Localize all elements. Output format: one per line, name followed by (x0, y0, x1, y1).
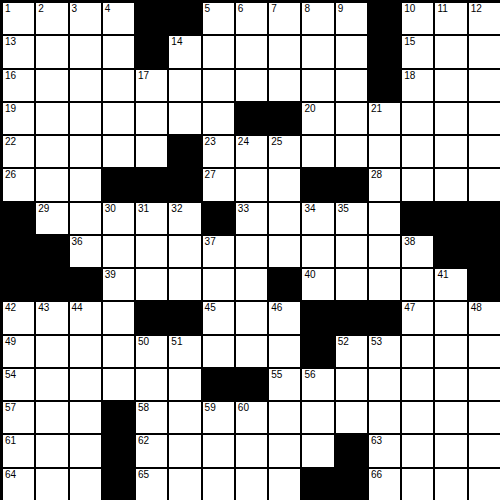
black-cell-r7c13 (435, 236, 466, 267)
cell-r3c1[interactable] (36, 103, 67, 134)
cell-r9c1[interactable]: 43 (36, 302, 67, 333)
cell-r1c5[interactable]: 14 (169, 36, 200, 67)
black-cell-r4c5 (169, 136, 200, 167)
cell-r10c4[interactable]: 50 (136, 336, 167, 367)
clue-number-23: 23 (205, 136, 216, 148)
cell-r5c1[interactable] (36, 169, 67, 200)
black-cell-r9c9 (302, 302, 333, 333)
cell-r2c1[interactable] (36, 70, 67, 101)
cell-r0c0[interactable]: 1 (3, 3, 34, 34)
clue-number-12: 12 (471, 3, 482, 15)
cell-r6c11[interactable] (369, 203, 400, 234)
black-cell-r6c13 (435, 203, 466, 234)
clue-number-38: 38 (404, 236, 415, 248)
clue-number-41: 41 (437, 269, 448, 281)
cell-r2c12[interactable]: 18 (402, 70, 433, 101)
cell-r9c3[interactable] (103, 302, 134, 333)
black-cell-r8c14 (469, 269, 500, 300)
cell-r9c0[interactable]: 42 (3, 302, 34, 333)
black-cell-r3c7 (236, 103, 267, 134)
cell-r1c14[interactable] (469, 36, 500, 67)
cell-r8c6[interactable] (203, 269, 234, 300)
cell-r7c3[interactable] (103, 236, 134, 267)
clue-number-11: 11 (437, 3, 447, 15)
black-cell-r0c4 (136, 3, 167, 34)
clue-number-64: 64 (5, 469, 16, 481)
black-cell-r13c10 (336, 435, 367, 466)
clue-number-14: 14 (171, 36, 182, 48)
cell-r7c10[interactable] (336, 236, 367, 267)
cell-r7c8[interactable] (269, 236, 300, 267)
black-cell-r5c10 (336, 169, 367, 200)
cell-r8c10[interactable] (336, 269, 367, 300)
cell-r7c4[interactable] (136, 236, 167, 267)
black-cell-r9c11 (369, 302, 400, 333)
clue-number-25: 25 (271, 136, 282, 148)
cell-r1c9[interactable] (302, 36, 333, 67)
cell-r9c12[interactable]: 47 (402, 302, 433, 333)
cell-r12c6[interactable]: 59 (203, 402, 234, 433)
cell-r7c12[interactable]: 38 (402, 236, 433, 267)
cell-r12c4[interactable]: 58 (136, 402, 167, 433)
cell-r4c12[interactable] (402, 136, 433, 167)
clue-number-65: 65 (138, 469, 149, 481)
black-cell-r5c5 (169, 169, 200, 200)
cell-r13c5[interactable] (169, 435, 200, 466)
cell-r4c0[interactable]: 22 (3, 136, 34, 167)
cell-r2c13[interactable] (435, 70, 466, 101)
cell-r5c6[interactable]: 27 (203, 169, 234, 200)
clue-number-13: 13 (5, 36, 16, 48)
black-cell-r0c5 (169, 3, 200, 34)
clue-number-2: 2 (38, 3, 44, 15)
cell-r5c2[interactable] (70, 169, 101, 200)
cell-r8c13[interactable]: 41 (435, 269, 466, 300)
black-cell-r6c12 (402, 203, 433, 234)
cell-r11c14[interactable] (469, 369, 500, 400)
cell-r1c0[interactable]: 13 (3, 36, 34, 67)
cell-r5c0[interactable]: 26 (3, 169, 34, 200)
cell-r1c2[interactable] (70, 36, 101, 67)
black-cell-r5c4 (136, 169, 167, 200)
cell-r3c3[interactable] (103, 103, 134, 134)
cell-r2c3[interactable] (103, 70, 134, 101)
clue-number-34: 34 (304, 203, 315, 215)
clue-number-16: 16 (5, 70, 16, 82)
cell-r2c14[interactable] (469, 70, 500, 101)
cell-r13c7[interactable] (236, 435, 267, 466)
cell-r4c10[interactable] (336, 136, 367, 167)
cell-r4c14[interactable] (469, 136, 500, 167)
cell-r14c4[interactable]: 65 (136, 469, 167, 500)
cell-r5c7[interactable] (236, 169, 267, 200)
cell-r5c8[interactable] (269, 169, 300, 200)
cell-r10c7[interactable] (236, 336, 267, 367)
black-cell-r12c3 (103, 402, 134, 433)
cell-r6c5[interactable]: 32 (169, 203, 200, 234)
cell-r10c6[interactable] (203, 336, 234, 367)
cell-r13c11[interactable]: 63 (369, 435, 400, 466)
cell-r1c6[interactable] (203, 36, 234, 67)
cell-r9c8[interactable]: 46 (269, 302, 300, 333)
clue-number-66: 66 (371, 469, 382, 481)
cell-r10c0[interactable]: 49 (3, 336, 34, 367)
cell-r2c10[interactable] (336, 70, 367, 101)
cell-r1c3[interactable] (103, 36, 134, 67)
clue-number-47: 47 (404, 302, 415, 314)
black-cell-r5c3 (103, 169, 134, 200)
black-cell-r1c11 (369, 36, 400, 67)
black-cell-r6c0 (3, 203, 34, 234)
cell-r2c2[interactable] (70, 70, 101, 101)
clue-number-30: 30 (105, 203, 116, 215)
clue-number-36: 36 (72, 236, 83, 248)
clue-number-57: 57 (5, 402, 16, 414)
clue-number-52: 52 (338, 336, 349, 348)
cell-r1c1[interactable] (36, 36, 67, 67)
cell-r5c13[interactable] (435, 169, 466, 200)
clue-number-20: 20 (304, 103, 315, 115)
cell-r12c0[interactable]: 57 (3, 402, 34, 433)
clue-number-29: 29 (38, 203, 49, 215)
cell-r11c11[interactable] (369, 369, 400, 400)
clue-number-48: 48 (471, 302, 482, 314)
cell-r14c11[interactable]: 66 (369, 469, 400, 500)
cell-r2c8[interactable] (269, 70, 300, 101)
clue-number-44: 44 (72, 302, 83, 314)
black-cell-r10c9 (302, 336, 333, 367)
clue-number-28: 28 (371, 169, 382, 181)
black-cell-r5c9 (302, 169, 333, 200)
cell-r3c12[interactable] (402, 103, 433, 134)
clue-number-31: 31 (138, 203, 149, 215)
clue-number-1: 1 (5, 3, 11, 15)
cell-r14c0[interactable]: 64 (3, 469, 34, 500)
clue-number-19: 19 (5, 103, 16, 115)
cell-r13c4[interactable]: 62 (136, 435, 167, 466)
cell-r1c7[interactable] (236, 36, 267, 67)
black-cell-r9c4 (136, 302, 167, 333)
cell-r6c10[interactable]: 35 (336, 203, 367, 234)
cell-r4c3[interactable] (103, 136, 134, 167)
cell-r6c4[interactable]: 31 (136, 203, 167, 234)
cell-r12c9[interactable] (302, 402, 333, 433)
cell-r0c7[interactable]: 6 (236, 3, 267, 34)
cell-r7c7[interactable] (236, 236, 267, 267)
cell-r7c9[interactable] (302, 236, 333, 267)
cell-r7c11[interactable] (369, 236, 400, 267)
cell-r12c10[interactable] (336, 402, 367, 433)
cell-r4c8[interactable]: 25 (269, 136, 300, 167)
clue-number-59: 59 (205, 402, 216, 414)
clue-number-61: 61 (5, 435, 16, 447)
cell-r11c12[interactable] (402, 369, 433, 400)
black-cell-r11c6 (203, 369, 234, 400)
cell-r0c1[interactable]: 2 (36, 3, 67, 34)
cell-r12c13[interactable] (435, 402, 466, 433)
cell-r1c8[interactable] (269, 36, 300, 67)
clue-number-49: 49 (5, 336, 16, 348)
cell-r11c0[interactable]: 54 (3, 369, 34, 400)
cell-r12c7[interactable]: 60 (236, 402, 267, 433)
cell-r14c8[interactable] (269, 469, 300, 500)
cell-r10c10[interactable]: 52 (336, 336, 367, 367)
clue-number-37: 37 (205, 236, 216, 248)
black-cell-r13c3 (103, 435, 134, 466)
black-cell-r0c11 (369, 3, 400, 34)
cell-r0c9[interactable]: 8 (302, 3, 333, 34)
clue-number-63: 63 (371, 435, 382, 447)
black-cell-r2c11 (369, 70, 400, 101)
cell-r6c2[interactable] (70, 203, 101, 234)
black-cell-r8c8 (269, 269, 300, 300)
cell-r8c7[interactable] (236, 269, 267, 300)
cell-r13c9[interactable] (302, 435, 333, 466)
cell-r0c6[interactable]: 5 (203, 3, 234, 34)
cell-r10c13[interactable] (435, 336, 466, 367)
cell-r2c9[interactable] (302, 70, 333, 101)
cell-r3c6[interactable] (203, 103, 234, 134)
cell-r12c5[interactable] (169, 402, 200, 433)
cell-r10c12[interactable] (402, 336, 433, 367)
clue-number-42: 42 (5, 302, 16, 314)
black-cell-r7c0 (3, 236, 34, 267)
cell-r4c13[interactable] (435, 136, 466, 167)
black-cell-r7c1 (36, 236, 67, 267)
cell-r13c6[interactable] (203, 435, 234, 466)
cell-r1c13[interactable] (435, 36, 466, 67)
cell-r10c1[interactable] (36, 336, 67, 367)
clue-number-8: 8 (304, 3, 310, 15)
black-cell-r7c14 (469, 236, 500, 267)
cell-r3c0[interactable]: 19 (3, 103, 34, 134)
black-cell-r14c9 (302, 469, 333, 500)
cell-r10c5[interactable]: 51 (169, 336, 200, 367)
clue-number-15: 15 (404, 36, 415, 48)
clue-number-58: 58 (138, 402, 149, 414)
clue-number-3: 3 (72, 3, 78, 15)
clue-number-4: 4 (105, 3, 111, 15)
cell-r11c10[interactable] (336, 369, 367, 400)
cell-r3c13[interactable] (435, 103, 466, 134)
cell-r2c4[interactable]: 17 (136, 70, 167, 101)
cell-r9c7[interactable] (236, 302, 267, 333)
black-cell-r9c5 (169, 302, 200, 333)
black-cell-r14c10 (336, 469, 367, 500)
cell-r14c7[interactable] (236, 469, 267, 500)
cell-r14c5[interactable] (169, 469, 200, 500)
cell-r10c2[interactable] (70, 336, 101, 367)
cell-r3c14[interactable] (469, 103, 500, 134)
black-cell-r14c3 (103, 469, 134, 500)
cell-r4c7[interactable]: 24 (236, 136, 267, 167)
clue-number-21: 21 (371, 103, 382, 115)
cell-r10c14[interactable] (469, 336, 500, 367)
cell-r0c10[interactable]: 9 (336, 3, 367, 34)
clue-number-24: 24 (238, 136, 249, 148)
clue-number-54: 54 (5, 369, 16, 381)
cell-r11c8[interactable]: 55 (269, 369, 300, 400)
cell-r13c1[interactable] (36, 435, 67, 466)
cell-r7c6[interactable]: 37 (203, 236, 234, 267)
clue-number-40: 40 (304, 269, 315, 281)
cell-r3c4[interactable] (136, 103, 167, 134)
cell-r7c2[interactable]: 36 (70, 236, 101, 267)
cell-r11c4[interactable] (136, 369, 167, 400)
cell-r4c6[interactable]: 23 (203, 136, 234, 167)
cell-r13c12[interactable] (402, 435, 433, 466)
cell-r11c5[interactable] (169, 369, 200, 400)
clue-number-22: 22 (5, 136, 16, 148)
cell-r6c8[interactable] (269, 203, 300, 234)
black-cell-r8c0 (3, 269, 34, 300)
cell-r6c3[interactable]: 30 (103, 203, 134, 234)
clue-number-35: 35 (338, 203, 349, 215)
cell-r0c8[interactable]: 7 (269, 3, 300, 34)
clue-number-10: 10 (404, 3, 415, 15)
cell-r6c1[interactable]: 29 (36, 203, 67, 234)
clue-number-55: 55 (271, 369, 282, 381)
cell-r11c3[interactable] (103, 369, 134, 400)
cell-r8c4[interactable] (136, 269, 167, 300)
cell-r8c12[interactable] (402, 269, 433, 300)
cell-r12c8[interactable] (269, 402, 300, 433)
cell-r14c2[interactable] (70, 469, 101, 500)
black-cell-r1c4 (136, 36, 167, 67)
black-cell-r9c10 (336, 302, 367, 333)
black-cell-r6c6 (203, 203, 234, 234)
cell-r0c2[interactable]: 3 (70, 3, 101, 34)
cell-r8c11[interactable] (369, 269, 400, 300)
cell-r3c9[interactable]: 20 (302, 103, 333, 134)
clue-number-17: 17 (138, 70, 149, 82)
cell-r14c14[interactable] (469, 469, 500, 500)
clue-number-6: 6 (238, 3, 244, 15)
cell-r4c4[interactable] (136, 136, 167, 167)
crossword-board: 1234567891011121314151617181920212223242… (0, 0, 500, 500)
black-cell-r8c1 (36, 269, 67, 300)
cell-r8c9[interactable]: 40 (302, 269, 333, 300)
clue-number-56: 56 (304, 369, 315, 381)
clue-number-51: 51 (171, 336, 182, 348)
clue-number-62: 62 (138, 435, 149, 447)
clue-number-43: 43 (38, 302, 49, 314)
clue-number-18: 18 (404, 70, 415, 82)
cell-r9c13[interactable] (435, 302, 466, 333)
cell-r14c6[interactable] (203, 469, 234, 500)
cell-r12c12[interactable] (402, 402, 433, 433)
cell-r13c14[interactable] (469, 435, 500, 466)
black-cell-r3c8 (269, 103, 300, 134)
cell-r1c10[interactable] (336, 36, 367, 67)
cell-r7c5[interactable] (169, 236, 200, 267)
cell-r4c9[interactable] (302, 136, 333, 167)
cell-r0c13[interactable]: 11 (435, 3, 466, 34)
cell-r3c2[interactable] (70, 103, 101, 134)
clue-number-32: 32 (171, 203, 182, 215)
clue-number-50: 50 (138, 336, 149, 348)
cell-r14c13[interactable] (435, 469, 466, 500)
cell-r5c12[interactable] (402, 169, 433, 200)
clue-number-33: 33 (238, 203, 249, 215)
cell-r12c14[interactable] (469, 402, 500, 433)
clue-number-7: 7 (271, 3, 277, 15)
cell-r9c2[interactable]: 44 (70, 302, 101, 333)
cell-r0c12[interactable]: 10 (402, 3, 433, 34)
cell-r9c14[interactable]: 48 (469, 302, 500, 333)
cell-r11c13[interactable] (435, 369, 466, 400)
cell-r3c5[interactable] (169, 103, 200, 134)
cell-r10c11[interactable]: 53 (369, 336, 400, 367)
clue-number-26: 26 (5, 169, 16, 181)
cell-r12c1[interactable] (36, 402, 67, 433)
cell-r8c5[interactable] (169, 269, 200, 300)
black-cell-r11c7 (236, 369, 267, 400)
cell-r14c12[interactable] (402, 469, 433, 500)
cell-r11c1[interactable] (36, 369, 67, 400)
cell-r13c0[interactable]: 61 (3, 435, 34, 466)
cell-r2c7[interactable] (236, 70, 267, 101)
cell-r10c8[interactable] (269, 336, 300, 367)
clue-number-9: 9 (338, 3, 344, 15)
black-cell-r8c2 (70, 269, 101, 300)
clue-number-46: 46 (271, 302, 282, 314)
cell-r3c10[interactable] (336, 103, 367, 134)
cell-r13c2[interactable] (70, 435, 101, 466)
cell-r12c2[interactable] (70, 402, 101, 433)
cell-r1c12[interactable]: 15 (402, 36, 433, 67)
clue-number-45: 45 (205, 302, 216, 314)
clue-number-39: 39 (105, 269, 116, 281)
cell-r4c1[interactable] (36, 136, 67, 167)
cell-r10c3[interactable] (103, 336, 134, 367)
black-cell-r6c14 (469, 203, 500, 234)
cell-r2c5[interactable] (169, 70, 200, 101)
cell-r3c11[interactable]: 21 (369, 103, 400, 134)
cell-r13c13[interactable] (435, 435, 466, 466)
cell-r8c3[interactable]: 39 (103, 269, 134, 300)
cell-r13c8[interactable] (269, 435, 300, 466)
cell-r5c14[interactable] (469, 169, 500, 200)
cell-r2c6[interactable] (203, 70, 234, 101)
cell-r6c7[interactable]: 33 (236, 203, 267, 234)
cell-r4c11[interactable] (369, 136, 400, 167)
clue-number-53: 53 (371, 336, 382, 348)
cell-r14c1[interactable] (36, 469, 67, 500)
cell-r5c11[interactable]: 28 (369, 169, 400, 200)
cell-r6c9[interactable]: 34 (302, 203, 333, 234)
cell-r11c9[interactable]: 56 (302, 369, 333, 400)
cell-r0c3[interactable]: 4 (103, 3, 134, 34)
cell-r9c6[interactable]: 45 (203, 302, 234, 333)
clue-number-5: 5 (205, 3, 211, 15)
clue-number-60: 60 (238, 402, 249, 414)
clue-number-27: 27 (205, 169, 216, 181)
cell-r2c0[interactable]: 16 (3, 70, 34, 101)
cell-r11c2[interactable] (70, 369, 101, 400)
cell-r0c14[interactable]: 12 (469, 3, 500, 34)
cell-r4c2[interactable] (70, 136, 101, 167)
cell-r12c11[interactable] (369, 402, 400, 433)
